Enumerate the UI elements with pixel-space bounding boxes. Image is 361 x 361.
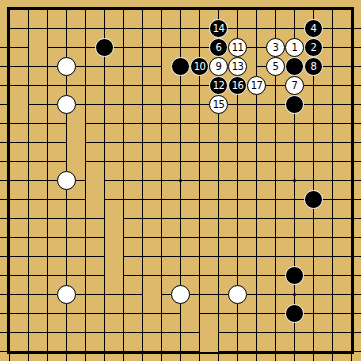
board-cell	[209, 171, 228, 190]
white-stone-move-7: 7	[285, 76, 304, 95]
board-cell	[342, 38, 361, 57]
board-cell	[228, 152, 247, 171]
board-cell	[342, 266, 361, 285]
board-cell	[114, 228, 133, 247]
board-cell	[152, 247, 171, 266]
board-cell	[152, 190, 171, 209]
board-cell	[247, 0, 266, 19]
board-cell	[133, 228, 152, 247]
board-cell	[114, 95, 133, 114]
board-cell	[114, 285, 133, 304]
board-cell	[76, 95, 95, 114]
board-cell	[342, 304, 361, 323]
board-cell	[285, 152, 304, 171]
board-cell	[95, 342, 114, 361]
board-cell	[57, 323, 76, 342]
board-cell	[133, 342, 152, 361]
board-cell	[0, 57, 19, 76]
board-cell	[247, 266, 266, 285]
board-cell	[133, 190, 152, 209]
board-cell	[266, 133, 285, 152]
board-cell	[209, 266, 228, 285]
white-stone-move-9: 9	[209, 57, 228, 76]
board-cell	[76, 133, 95, 152]
board-cell	[114, 152, 133, 171]
board-cell	[133, 57, 152, 76]
board-cell	[38, 342, 57, 361]
black-stone	[285, 57, 304, 76]
go-board: 1234567891011121314151617	[0, 0, 361, 361]
board-cell	[114, 114, 133, 133]
board-cell	[19, 323, 38, 342]
board-cell	[76, 57, 95, 76]
board-cell	[57, 38, 76, 57]
board-cell	[152, 0, 171, 19]
board-cell	[19, 285, 38, 304]
board-cell	[114, 38, 133, 57]
board-cell	[0, 133, 19, 152]
board-cell	[152, 304, 171, 323]
board-cell	[0, 247, 19, 266]
board-cell	[114, 57, 133, 76]
board-cell	[0, 285, 19, 304]
board-cell	[19, 171, 38, 190]
board-cell	[171, 209, 190, 228]
board-cell	[209, 190, 228, 209]
board-cell	[247, 228, 266, 247]
board-cell	[190, 323, 209, 342]
board-cell	[152, 342, 171, 361]
board-cell	[171, 38, 190, 57]
board-cell	[152, 285, 171, 304]
board-cell	[247, 171, 266, 190]
board-cell	[0, 76, 19, 95]
board-cell	[266, 247, 285, 266]
board-cell	[0, 114, 19, 133]
board-cell	[247, 152, 266, 171]
board-cell	[304, 342, 323, 361]
board-cell	[171, 152, 190, 171]
board-cell	[228, 114, 247, 133]
board-cell	[171, 133, 190, 152]
board-cell	[76, 285, 95, 304]
board-cell	[247, 190, 266, 209]
board-cell	[95, 95, 114, 114]
board-cell	[247, 114, 266, 133]
board-cell	[0, 342, 19, 361]
board-cell	[285, 190, 304, 209]
board-cell	[57, 247, 76, 266]
board-cell	[95, 152, 114, 171]
board-cell	[57, 0, 76, 19]
board-cell	[57, 209, 76, 228]
board-cell	[38, 57, 57, 76]
board-cell	[266, 304, 285, 323]
board-cell	[114, 171, 133, 190]
board-cell	[19, 304, 38, 323]
board-cell	[19, 247, 38, 266]
board-cell	[304, 95, 323, 114]
board-cell	[95, 114, 114, 133]
board-cell	[209, 228, 228, 247]
black-stone-move-14: 14	[209, 19, 228, 38]
board-cell	[209, 114, 228, 133]
board-cell	[190, 95, 209, 114]
board-cell	[114, 247, 133, 266]
board-cell	[0, 323, 19, 342]
board-cell	[285, 133, 304, 152]
board-cell	[190, 19, 209, 38]
board-cell	[57, 342, 76, 361]
board-cell	[95, 76, 114, 95]
star-point	[179, 179, 182, 182]
board-cell	[152, 323, 171, 342]
board-cell	[323, 171, 342, 190]
board-cell	[266, 190, 285, 209]
board-cell	[95, 190, 114, 209]
board-cell	[342, 342, 361, 361]
board-cell	[266, 0, 285, 19]
board-cell	[190, 152, 209, 171]
board-cell	[76, 114, 95, 133]
board-cell	[323, 323, 342, 342]
board-cell	[0, 152, 19, 171]
board-cell	[304, 285, 323, 304]
board-cell	[209, 304, 228, 323]
board-cell	[323, 95, 342, 114]
white-stone	[57, 171, 76, 190]
black-stone-move-4: 4	[304, 19, 323, 38]
board-cell	[247, 304, 266, 323]
board-cell	[190, 114, 209, 133]
board-cell	[304, 133, 323, 152]
board-cell	[0, 228, 19, 247]
board-cell	[38, 209, 57, 228]
board-cell	[209, 285, 228, 304]
board-cell	[247, 57, 266, 76]
white-stone	[57, 285, 76, 304]
board-cell	[171, 0, 190, 19]
board-cell	[323, 228, 342, 247]
board-cell	[114, 133, 133, 152]
black-stone	[304, 190, 323, 209]
board-cell	[228, 247, 247, 266]
board-cell	[57, 228, 76, 247]
board-cell	[323, 114, 342, 133]
board-cell	[323, 190, 342, 209]
board-cell	[0, 190, 19, 209]
board-cell	[342, 228, 361, 247]
board-cell	[228, 228, 247, 247]
board-cell	[190, 247, 209, 266]
board-cell	[0, 209, 19, 228]
board-cell	[342, 0, 361, 19]
board-cell	[304, 323, 323, 342]
board-cell	[190, 0, 209, 19]
board-cell	[304, 228, 323, 247]
board-cell	[76, 304, 95, 323]
board-cell	[266, 152, 285, 171]
board-cell	[38, 228, 57, 247]
board-cell	[38, 190, 57, 209]
board-cell	[133, 171, 152, 190]
board-cell	[0, 19, 19, 38]
board-cell	[304, 266, 323, 285]
board-cell	[38, 247, 57, 266]
board-cell	[209, 342, 228, 361]
board-cell	[57, 266, 76, 285]
board-cell	[0, 38, 19, 57]
board-cell	[228, 266, 247, 285]
board-cell	[19, 95, 38, 114]
board-cell	[171, 342, 190, 361]
board-cell	[0, 171, 19, 190]
white-stone	[228, 285, 247, 304]
board-cell	[57, 190, 76, 209]
board-cell	[38, 152, 57, 171]
board-cell	[76, 323, 95, 342]
black-stone-move-2: 2	[304, 38, 323, 57]
board-cell	[19, 0, 38, 19]
board-cell	[209, 209, 228, 228]
board-cell	[266, 114, 285, 133]
board-cell	[95, 323, 114, 342]
board-cell	[342, 95, 361, 114]
board-cell	[171, 114, 190, 133]
board-cell	[266, 19, 285, 38]
board-cell	[323, 38, 342, 57]
board-cell	[133, 0, 152, 19]
board-cell	[19, 57, 38, 76]
board-cell	[76, 0, 95, 19]
board-cell	[19, 228, 38, 247]
board-cell	[323, 0, 342, 19]
board-cell	[266, 342, 285, 361]
board-cell	[190, 285, 209, 304]
board-cell	[247, 38, 266, 57]
board-cell	[133, 152, 152, 171]
board-cell	[285, 209, 304, 228]
board-cell	[228, 171, 247, 190]
board-cell	[38, 114, 57, 133]
board-cell	[190, 209, 209, 228]
board-cell	[95, 209, 114, 228]
board-cell	[171, 76, 190, 95]
white-stone-move-17: 17	[247, 76, 266, 95]
board-cell	[38, 285, 57, 304]
black-stone	[285, 95, 304, 114]
board-cell	[19, 133, 38, 152]
board-cell	[133, 38, 152, 57]
black-stone-move-12: 12	[209, 76, 228, 95]
board-cell	[342, 133, 361, 152]
board-cell	[133, 304, 152, 323]
board-cell	[114, 209, 133, 228]
black-stone-move-8: 8	[304, 57, 323, 76]
board-cell	[228, 209, 247, 228]
black-stone-move-10: 10	[190, 57, 209, 76]
board-cell	[190, 38, 209, 57]
board-cell	[342, 190, 361, 209]
board-cell	[133, 95, 152, 114]
black-stone-move-6: 6	[209, 38, 228, 57]
board-cell	[95, 19, 114, 38]
board-cell	[19, 209, 38, 228]
board-cell	[133, 114, 152, 133]
board-cell	[95, 228, 114, 247]
board-cell	[38, 323, 57, 342]
board-cell	[114, 76, 133, 95]
board-cell	[266, 209, 285, 228]
board-cell	[171, 247, 190, 266]
board-cell	[247, 95, 266, 114]
board-cell	[342, 209, 361, 228]
board-cell	[190, 171, 209, 190]
board-cell	[171, 323, 190, 342]
board-cell	[190, 266, 209, 285]
board-cell	[38, 0, 57, 19]
board-cell	[133, 209, 152, 228]
board-cell	[152, 57, 171, 76]
board-cell	[266, 285, 285, 304]
board-cell	[247, 247, 266, 266]
board-cell	[95, 171, 114, 190]
board-cell	[114, 323, 133, 342]
board-cell	[76, 228, 95, 247]
board-cell	[304, 152, 323, 171]
board-cell	[304, 247, 323, 266]
board-cell	[133, 76, 152, 95]
board-cell	[190, 228, 209, 247]
board-cell	[57, 304, 76, 323]
board-cell	[114, 304, 133, 323]
board-cell	[323, 304, 342, 323]
board-cell	[228, 342, 247, 361]
board-cell	[57, 76, 76, 95]
board-cell	[76, 209, 95, 228]
board-cell	[57, 152, 76, 171]
board-cell	[0, 304, 19, 323]
board-cell	[209, 323, 228, 342]
board-cell	[152, 38, 171, 57]
white-stone-move-11: 11	[228, 38, 247, 57]
board-cell	[285, 323, 304, 342]
board-cell	[209, 247, 228, 266]
board-cell	[76, 152, 95, 171]
board-cell	[76, 76, 95, 95]
board-cell	[19, 152, 38, 171]
board-cell	[209, 0, 228, 19]
board-cell	[19, 38, 38, 57]
board-cell	[247, 209, 266, 228]
board-cell	[304, 171, 323, 190]
board-cell	[114, 190, 133, 209]
board-cell	[171, 95, 190, 114]
board-cell	[247, 285, 266, 304]
board-cell	[190, 133, 209, 152]
board-cell	[342, 323, 361, 342]
board-cell	[247, 342, 266, 361]
board-cell	[114, 266, 133, 285]
board-cell	[133, 19, 152, 38]
board-cell	[266, 266, 285, 285]
board-cell	[323, 152, 342, 171]
board-cell	[38, 133, 57, 152]
board-cell	[323, 19, 342, 38]
board-cell	[266, 95, 285, 114]
board-cell	[38, 171, 57, 190]
board-cell	[190, 76, 209, 95]
board-cell	[342, 152, 361, 171]
board-cell	[304, 114, 323, 133]
board-cell	[342, 171, 361, 190]
board-cell	[323, 209, 342, 228]
board-cell	[171, 190, 190, 209]
board-cell	[285, 247, 304, 266]
board-cell	[152, 133, 171, 152]
board-cell	[76, 190, 95, 209]
black-stone	[285, 266, 304, 285]
board-cell	[114, 0, 133, 19]
board-cell	[95, 57, 114, 76]
board-cell	[304, 0, 323, 19]
board-cell	[152, 76, 171, 95]
board-cell	[285, 114, 304, 133]
board-cell	[95, 247, 114, 266]
board-cell	[342, 285, 361, 304]
board-cell	[38, 266, 57, 285]
board-cell	[133, 266, 152, 285]
star-point	[293, 293, 296, 296]
board-cell	[19, 19, 38, 38]
board-cell	[323, 76, 342, 95]
board-cell	[266, 76, 285, 95]
board-cell	[304, 76, 323, 95]
white-stone	[171, 285, 190, 304]
board-cell	[152, 171, 171, 190]
board-cell	[0, 266, 19, 285]
board-cell	[38, 19, 57, 38]
board-cell	[19, 266, 38, 285]
board-cell	[323, 247, 342, 266]
board-cell	[76, 342, 95, 361]
board-cell	[323, 57, 342, 76]
board-cell	[342, 76, 361, 95]
board-cell	[19, 342, 38, 361]
board-cell	[323, 133, 342, 152]
board-cell	[95, 266, 114, 285]
board-cell	[95, 304, 114, 323]
board-cell	[228, 323, 247, 342]
board-cell	[152, 95, 171, 114]
board-cell	[266, 228, 285, 247]
board-cell	[228, 19, 247, 38]
white-stone	[57, 95, 76, 114]
board-cell	[38, 76, 57, 95]
star-point	[293, 179, 296, 182]
board-cell	[228, 304, 247, 323]
board-cell	[285, 228, 304, 247]
board-cell	[209, 133, 228, 152]
board-cell	[152, 228, 171, 247]
board-cell	[304, 209, 323, 228]
white-stone-move-15: 15	[209, 95, 228, 114]
board-cell	[247, 323, 266, 342]
board-cell	[228, 0, 247, 19]
board-cell	[323, 285, 342, 304]
board-cell	[266, 323, 285, 342]
board-cell	[152, 114, 171, 133]
